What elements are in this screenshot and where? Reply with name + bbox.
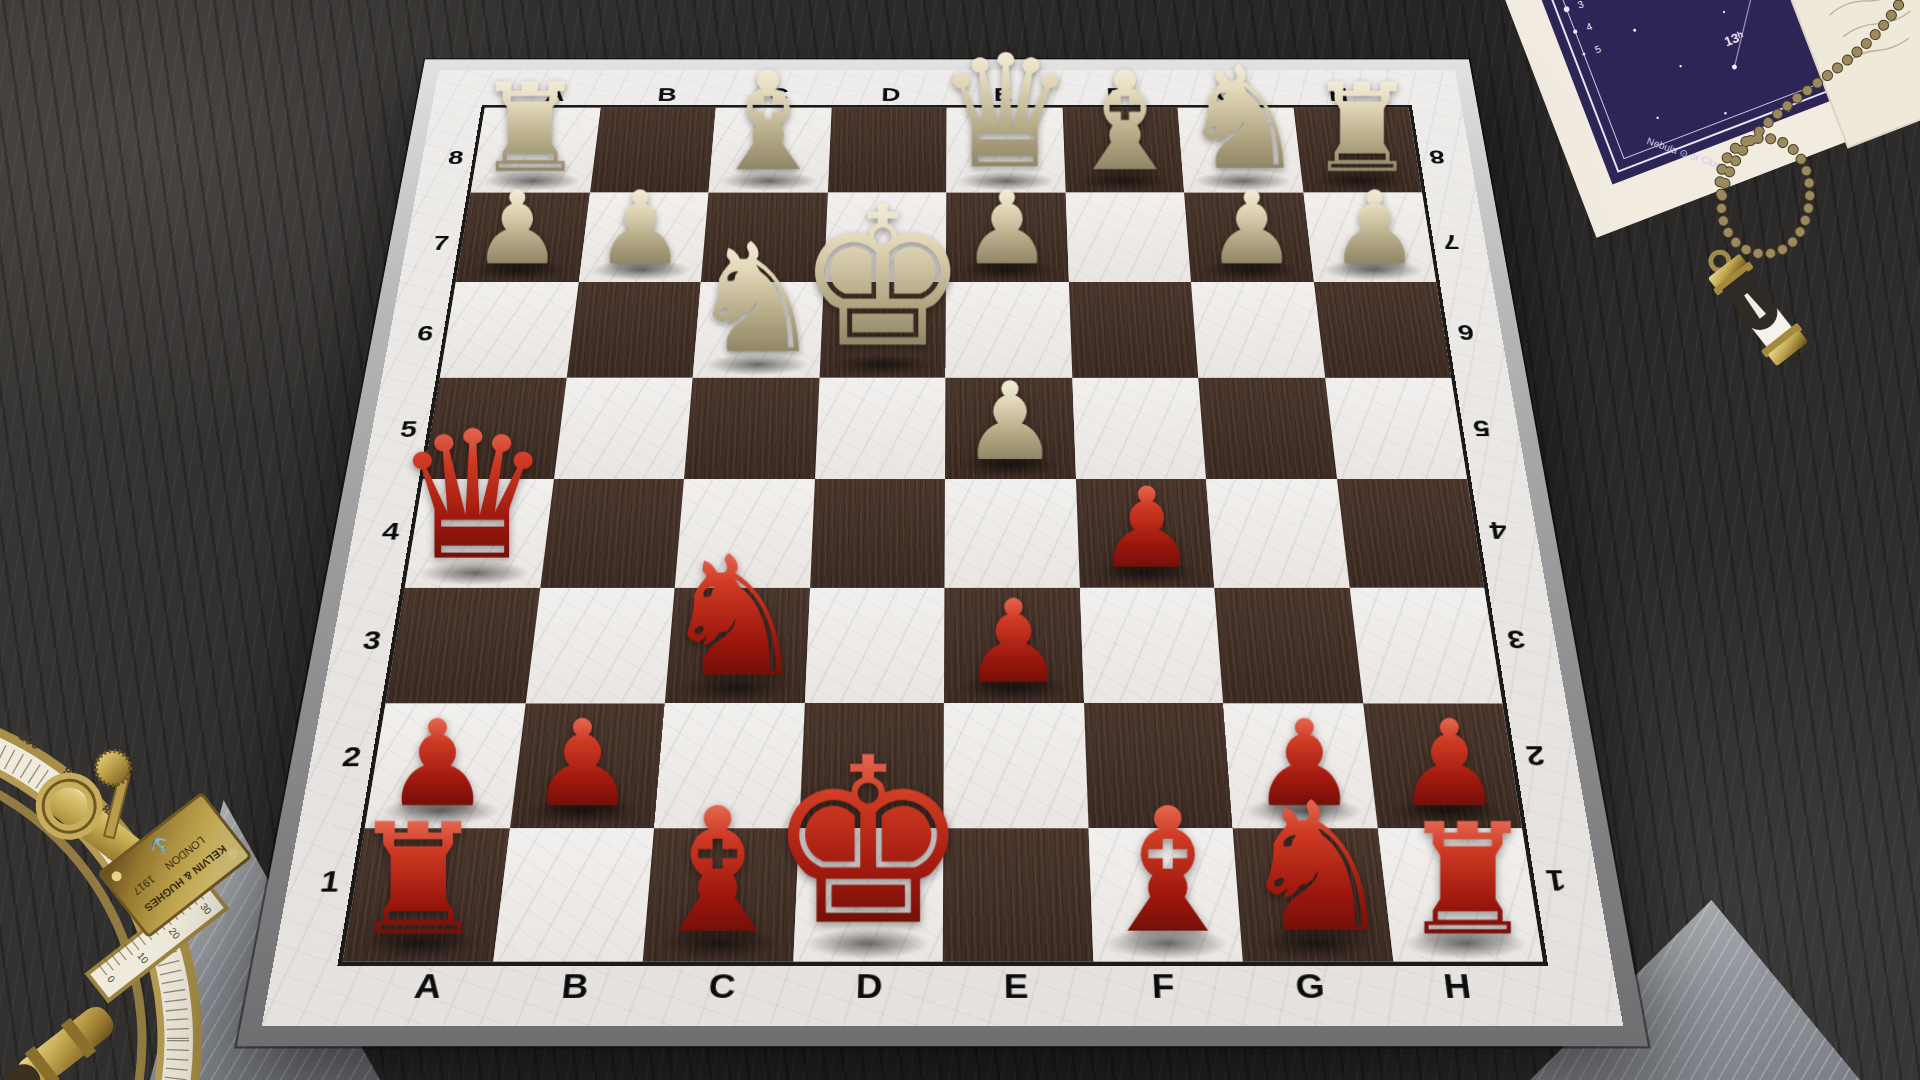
square-c3[interactable]: ♞ (665, 587, 810, 703)
square-f4[interactable]: ♟ (1076, 479, 1215, 587)
square-g4[interactable] (1206, 479, 1349, 587)
square-e5[interactable]: ♟ (945, 377, 1076, 479)
coordinate-label: H (1381, 959, 1535, 1013)
square-d6[interactable]: ♚ (819, 282, 946, 377)
square-d5[interactable] (815, 377, 946, 479)
square-a6[interactable] (440, 282, 578, 377)
square-c5[interactable] (684, 377, 819, 479)
square-d4[interactable] (810, 479, 945, 587)
board-grid: ♜♝♛♝♞♜♟♟♟♟♟♞♚♟♛♟♞♟♟♟♟♟♜♝♚♝♞♜ (337, 105, 1548, 966)
square-g1[interactable]: ♞ (1233, 828, 1393, 962)
piece-red-pawn-b2[interactable]: ♟ (529, 704, 636, 824)
square-g6[interactable] (1191, 282, 1325, 377)
square-f1[interactable]: ♝ (1088, 828, 1243, 962)
square-f8[interactable]: ♝ (1062, 108, 1184, 193)
square-e4[interactable] (944, 479, 1079, 587)
square-f6[interactable] (1068, 282, 1198, 377)
square-g7[interactable]: ♟ (1184, 192, 1313, 282)
piece-red-king-d1[interactable]: ♚ (765, 728, 971, 958)
coordinate-label: F (1089, 959, 1239, 1013)
square-h1[interactable]: ♜ (1377, 828, 1543, 962)
piece-silver-queen-e8[interactable]: ♛ (936, 33, 1076, 190)
square-f3[interactable] (1079, 587, 1223, 703)
coordinate-label: D (794, 959, 942, 1013)
piece-silver-pawn-b7[interactable]: ♟ (594, 178, 685, 279)
square-f7[interactable] (1065, 192, 1191, 282)
square-b6[interactable] (566, 282, 701, 377)
piece-red-pawn-f4[interactable]: ♟ (1097, 472, 1197, 584)
piece-red-bishop-f1[interactable]: ♝ (1090, 785, 1244, 957)
square-a7[interactable]: ♟ (456, 192, 590, 282)
square-f5[interactable] (1072, 377, 1206, 479)
square-b3[interactable] (525, 587, 675, 703)
coordinate-label: E (943, 959, 1091, 1013)
square-h3[interactable] (1349, 587, 1502, 703)
file-labels-bottom: ABCDEFGH (350, 959, 1534, 1013)
piece-silver-pawn-e5[interactable]: ♟ (962, 368, 1059, 476)
square-b1[interactable] (493, 828, 654, 962)
piece-silver-pawn-e7[interactable]: ♟ (962, 178, 1053, 279)
piece-red-knight-c3[interactable]: ♞ (660, 533, 809, 700)
board-scene: ABCDEFGH ABCDEFGH 87654321 87654321 ♜♝♛♝… (0, 0, 1920, 1080)
square-h4[interactable] (1337, 479, 1485, 587)
piece-silver-pawn-a7[interactable]: ♟ (472, 178, 563, 279)
square-g5[interactable] (1198, 377, 1336, 479)
chess-board: ABCDEFGH ABCDEFGH 87654321 87654321 ♜♝♛♝… (237, 59, 1648, 1046)
coordinate-label: A (350, 959, 505, 1013)
piece-silver-bishop-f8[interactable]: ♝ (1063, 53, 1185, 190)
piece-red-knight-g1[interactable]: ♞ (1237, 778, 1398, 957)
square-a4[interactable]: ♛ (405, 479, 554, 587)
square-d3[interactable] (804, 587, 944, 703)
square-b5[interactable] (554, 377, 693, 479)
coordinate-label: 5 (1451, 380, 1513, 479)
piece-red-rook-a1[interactable]: ♜ (349, 803, 487, 957)
square-a3[interactable] (386, 587, 540, 703)
piece-silver-king-d6[interactable]: ♚ (796, 181, 969, 375)
piece-red-queen-a4[interactable]: ♛ (393, 406, 552, 584)
square-e3[interactable]: ♟ (944, 587, 1084, 703)
square-h5[interactable] (1325, 377, 1467, 479)
piece-red-pawn-e3[interactable]: ♟ (962, 584, 1065, 699)
piece-red-rook-h1[interactable]: ♜ (1398, 803, 1536, 957)
marble-border: ABCDEFGH ABCDEFGH 87654321 87654321 ♜♝♛♝… (262, 70, 1624, 1026)
square-h6[interactable] (1313, 282, 1451, 377)
coordinate-label: G (1235, 959, 1387, 1013)
coordinate-label: B (498, 959, 651, 1013)
square-a1[interactable]: ♜ (343, 828, 510, 962)
square-h7[interactable]: ♟ (1303, 192, 1436, 282)
coordinate-label: C (646, 959, 796, 1013)
piece-silver-pawn-h7[interactable]: ♟ (1329, 178, 1420, 279)
square-g3[interactable] (1214, 587, 1362, 703)
piece-silver-pawn-g7[interactable]: ♟ (1207, 178, 1298, 279)
table-background: 1 2 3 4 5 14ʰ 13ʰ 12ʰ 40° 50° Nebula ⊙ o… (0, 0, 1920, 1080)
piece-silver-knight-g8[interactable]: ♞ (1180, 48, 1307, 190)
chrome-frame: ABCDEFGH ABCDEFGH 87654321 87654321 ♜♝♛♝… (237, 59, 1648, 1046)
square-d1[interactable]: ♚ (793, 828, 944, 962)
